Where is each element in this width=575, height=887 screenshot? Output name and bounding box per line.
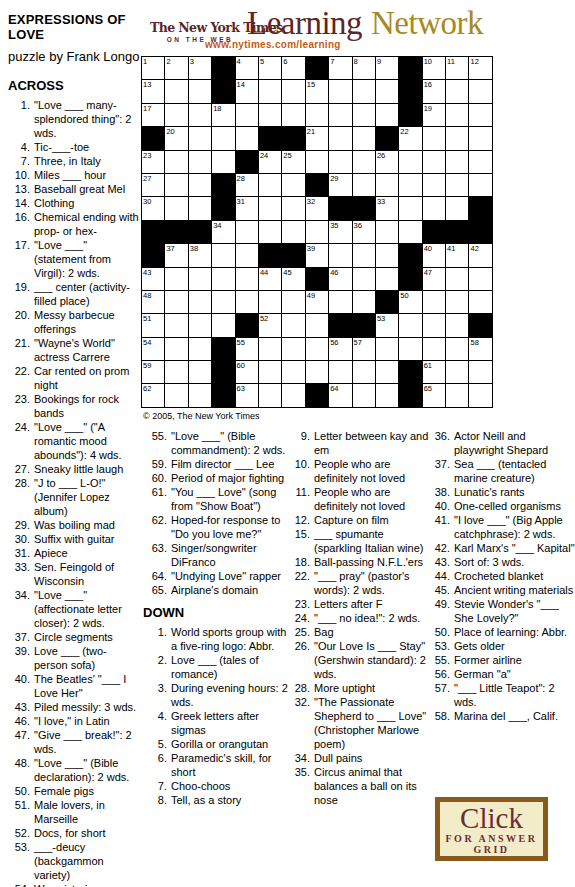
grid-cell[interactable] xyxy=(259,104,281,126)
grid-cell[interactable]: 16 xyxy=(423,80,445,102)
block-cell xyxy=(399,384,421,406)
clue-text: Tic-___-toe xyxy=(34,140,140,154)
clue-text: "Undying Love" rapper xyxy=(171,569,291,583)
block-cell xyxy=(306,174,328,196)
grid-cell[interactable]: 25 xyxy=(282,151,304,173)
block-cell xyxy=(399,361,421,383)
grid-cell[interactable] xyxy=(282,80,304,102)
grid-cell[interactable]: 44 xyxy=(259,268,281,290)
grid-cell[interactable] xyxy=(399,197,421,219)
clue-number: 54. xyxy=(8,882,30,887)
grid-cell[interactable]: 29 xyxy=(329,174,351,196)
across-clue-27: 27.Sneaky little laugh xyxy=(8,462,140,476)
grid-cell[interactable]: 35 xyxy=(329,221,351,243)
down-clue-2: 2.Love ___ (tales of romance) xyxy=(143,653,291,681)
cell-number: 35 xyxy=(330,221,338,230)
grid-cell[interactable]: 30 xyxy=(142,197,164,219)
grid-cell[interactable] xyxy=(423,197,445,219)
grid-cell[interactable] xyxy=(189,361,211,383)
across-clue-31: 31.Apiece xyxy=(8,546,140,560)
grid-cell[interactable]: 7 xyxy=(329,57,351,79)
block-cell xyxy=(469,314,491,336)
grid-cell[interactable]: 23 xyxy=(142,151,164,173)
grid-cell[interactable] xyxy=(446,338,468,360)
grid-cell[interactable] xyxy=(329,244,351,266)
grid-cell[interactable] xyxy=(446,127,468,149)
grid-cell[interactable] xyxy=(469,104,491,126)
grid-cell[interactable] xyxy=(469,174,491,196)
grid-cell[interactable]: 61 xyxy=(423,361,445,383)
grid-cell[interactable]: 13 xyxy=(142,80,164,102)
grid-cell[interactable]: 26 xyxy=(376,151,398,173)
grid-cell[interactable]: 60 xyxy=(236,361,258,383)
grid-cell[interactable] xyxy=(446,197,468,219)
grid-cell[interactable] xyxy=(236,268,258,290)
grid-cell[interactable] xyxy=(399,174,421,196)
grid-cell[interactable] xyxy=(236,244,258,266)
grid-cell[interactable]: 59 xyxy=(142,361,164,383)
clue-text: "Love ___" (affectionate letter closer):… xyxy=(34,588,140,630)
grid-cell[interactable]: 4 xyxy=(236,57,258,79)
block-cell xyxy=(446,221,468,243)
grid-cell[interactable]: 45 xyxy=(282,268,304,290)
grid-cell[interactable] xyxy=(306,338,328,360)
clue-text: Singer/songwriter DiFranco xyxy=(171,541,291,569)
clue-text: People who are definitely not loved xyxy=(314,457,432,485)
grid-cell[interactable] xyxy=(446,384,468,406)
across-clue-52: 52.Docs, for short xyxy=(8,826,140,840)
across-clue-1: 1."Love ___ many-splendored thing": 2 wd… xyxy=(8,98,140,140)
cell-number: 61 xyxy=(424,361,432,370)
clue-number: 60. xyxy=(143,471,167,485)
grid-cell[interactable] xyxy=(236,104,258,126)
clue-number: 22. xyxy=(292,569,310,597)
grid-cell[interactable]: 5 xyxy=(259,57,281,79)
grid-cell[interactable] xyxy=(329,151,351,173)
clue-number: 1. xyxy=(143,625,167,653)
clue-text: Bookings for rock bands xyxy=(34,392,140,420)
crossword-grid[interactable]: 1234567891011121314151617181920212223242… xyxy=(141,56,493,408)
grid-cell[interactable] xyxy=(189,104,211,126)
grid-cell[interactable] xyxy=(446,268,468,290)
grid-cell[interactable] xyxy=(469,384,491,406)
grid-cell[interactable] xyxy=(212,244,234,266)
learning-network-url[interactable]: www.nytimes.com/learning xyxy=(205,39,341,50)
clue-text: Marina del ___, Calif. xyxy=(454,709,575,723)
grid-cell[interactable] xyxy=(189,174,211,196)
block-cell xyxy=(212,361,234,383)
grid-cell[interactable] xyxy=(329,104,351,126)
grid-cell[interactable] xyxy=(376,268,398,290)
answer-button-grid-text: GRID xyxy=(440,844,543,855)
down-clue-40: 40.One-celled organisms xyxy=(432,499,575,513)
grid-cell[interactable]: 41 xyxy=(446,244,468,266)
down-clue-12: 12.Capture on film xyxy=(292,513,432,527)
cell-number: 25 xyxy=(283,151,291,160)
grid-cell[interactable] xyxy=(259,174,281,196)
grid-cell[interactable] xyxy=(376,174,398,196)
grid-cell[interactable] xyxy=(165,80,187,102)
cell-number: 57 xyxy=(354,338,362,347)
grid-cell[interactable] xyxy=(376,384,398,406)
grid-cell[interactable] xyxy=(446,80,468,102)
grid-cell[interactable]: 63 xyxy=(236,384,258,406)
grid-cell[interactable] xyxy=(353,174,375,196)
grid-cell[interactable]: 22 xyxy=(399,127,421,149)
clue-number: 43. xyxy=(432,555,450,569)
clue-text: ___ center (activity-filled place) xyxy=(34,280,140,308)
across-clue-64: 64."Undying Love" rapper xyxy=(143,569,291,583)
grid-cell[interactable]: 19 xyxy=(423,104,445,126)
clue-text: Letter between kay and em xyxy=(314,429,432,457)
clue-text: Greek letters after sigmas xyxy=(171,709,291,737)
cell-number: 45 xyxy=(283,268,291,277)
grid-cell[interactable] xyxy=(212,151,234,173)
clue-text: Sneaky little laugh xyxy=(34,462,140,476)
across-clue-53: 53.___-deucy (backgammon variety) xyxy=(8,840,140,882)
block-cell xyxy=(353,197,375,219)
grid-cell[interactable]: 40 xyxy=(423,244,445,266)
grid-cell[interactable] xyxy=(306,104,328,126)
clue-number: 14. xyxy=(8,196,30,210)
down-clue-28: 28.More uptight xyxy=(292,681,432,695)
grid-cell[interactable]: 55 xyxy=(236,338,258,360)
grid-cell[interactable] xyxy=(446,174,468,196)
cell-number: 48 xyxy=(143,291,151,300)
grid-cell[interactable] xyxy=(189,268,211,290)
cell-number: 6 xyxy=(283,57,287,66)
grid-cell[interactable]: 9 xyxy=(376,57,398,79)
grid-cell[interactable]: 46 xyxy=(329,268,351,290)
down-clue-24: 24."___ no idea!": 2 wds. xyxy=(292,611,432,625)
grid-cell[interactable] xyxy=(165,151,187,173)
grid-cell[interactable] xyxy=(189,384,211,406)
clue-text: Miles ___ hour xyxy=(34,168,140,182)
grid-cell[interactable]: 11 xyxy=(446,57,468,79)
grid-cell[interactable] xyxy=(469,80,491,102)
clue-text: Suffix with guitar xyxy=(34,532,140,546)
grid-cell[interactable]: 50 xyxy=(399,291,421,313)
grid-cell[interactable] xyxy=(306,221,328,243)
grid-cell[interactable] xyxy=(165,314,187,336)
grid-cell[interactable]: 21 xyxy=(306,127,328,149)
grid-cell[interactable] xyxy=(306,361,328,383)
across-clue-23: 23.Bookings for rock bands xyxy=(8,392,140,420)
cell-number: 31 xyxy=(237,197,245,206)
grid-cell[interactable] xyxy=(329,80,351,102)
block-cell xyxy=(306,57,328,79)
grid-cell[interactable] xyxy=(189,80,211,102)
grid-cell[interactable]: 10 xyxy=(423,57,445,79)
left-column: EXPRESSIONS OF LOVE puzzle by Frank Long… xyxy=(8,12,140,887)
grid-cell[interactable]: 34 xyxy=(212,221,234,243)
across-clue-17: 17."Love ___" (statement from Virgil): 2… xyxy=(8,238,140,280)
grid-cell[interactable] xyxy=(353,268,375,290)
down-clue-15: 15.___ spumante (sparkling Italian wine) xyxy=(292,527,432,555)
grid-cell[interactable]: 17 xyxy=(142,104,164,126)
across-clue-47: 47."Give ___ break!": 2 wds. xyxy=(8,728,140,756)
grid-cell[interactable] xyxy=(469,361,491,383)
grid-cell[interactable] xyxy=(282,384,304,406)
block-cell xyxy=(236,151,258,173)
grid-cell[interactable]: 12 xyxy=(469,57,491,79)
grid-cell[interactable] xyxy=(165,197,187,219)
cell-number: 38 xyxy=(190,244,198,253)
grid-cell[interactable]: 36 xyxy=(353,221,375,243)
grid-cell[interactable] xyxy=(306,314,328,336)
grid-cell[interactable] xyxy=(353,361,375,383)
clue-text: "Love ___" (Bible declaration): 2 wds. xyxy=(34,756,140,784)
grid-cell[interactable] xyxy=(165,291,187,313)
grid-cell[interactable] xyxy=(446,314,468,336)
grid-cell[interactable] xyxy=(423,174,445,196)
cell-number: 8 xyxy=(354,57,358,66)
grid-cell[interactable] xyxy=(469,151,491,173)
cell-number: 43 xyxy=(143,268,151,277)
grid-cell[interactable] xyxy=(236,291,258,313)
across-clue-65: 65.Airplane's domain xyxy=(143,583,291,597)
grid-cell[interactable] xyxy=(423,338,445,360)
grid-cell[interactable] xyxy=(353,127,375,149)
down-clue-26: 26."Our Love Is ___ Stay" (Gershwin stan… xyxy=(292,639,432,681)
grid-cell[interactable]: 64 xyxy=(329,384,351,406)
cell-number: 24 xyxy=(260,151,268,160)
bottom-column-2: 9.Letter between kay and em10.People who… xyxy=(292,429,432,807)
grid-cell[interactable]: 28 xyxy=(236,174,258,196)
grid-cell[interactable]: 65 xyxy=(423,384,445,406)
clue-number: 50. xyxy=(8,784,30,798)
grid-cell[interactable] xyxy=(282,174,304,196)
cell-number: 46 xyxy=(330,268,338,277)
grid-cell[interactable]: 57 xyxy=(353,338,375,360)
grid-cell[interactable] xyxy=(399,151,421,173)
grid-cell[interactable] xyxy=(189,338,211,360)
answer-grid-button[interactable]: Click FOR ANSWER GRID xyxy=(435,797,548,861)
clue-number: 30. xyxy=(8,532,30,546)
clue-text: Film director ___ Lee xyxy=(171,457,291,471)
grid-cell[interactable]: 20 xyxy=(165,127,187,149)
grid-cell[interactable] xyxy=(376,80,398,102)
grid-cell[interactable] xyxy=(329,291,351,313)
clue-number: 42. xyxy=(432,541,450,555)
clue-text: The Beatles' "___ I Love Her" xyxy=(34,672,140,700)
grid-cell[interactable] xyxy=(282,314,304,336)
grid-cell[interactable] xyxy=(329,361,351,383)
grid-cell[interactable] xyxy=(446,361,468,383)
grid-cell[interactable] xyxy=(189,151,211,173)
grid-cell[interactable]: 31 xyxy=(236,197,258,219)
grid-cell[interactable] xyxy=(376,244,398,266)
grid-cell[interactable] xyxy=(376,221,398,243)
block-cell xyxy=(142,221,164,243)
grid-cell[interactable] xyxy=(165,174,187,196)
across-clue-7: 7.Three, in Italy xyxy=(8,154,140,168)
clue-text: Sen. Feingold of Wisconsin xyxy=(34,560,140,588)
grid-cell[interactable] xyxy=(189,291,211,313)
grid-cell[interactable] xyxy=(376,361,398,383)
grid-cell[interactable]: 48 xyxy=(142,291,164,313)
grid-cell[interactable] xyxy=(282,104,304,126)
clue-text: Three, in Italy xyxy=(34,154,140,168)
clue-text: Capture on film xyxy=(314,513,432,527)
grid-cell[interactable]: 15 xyxy=(306,80,328,102)
grid-cell[interactable] xyxy=(469,127,491,149)
down-clue-23: 23.Letters after F xyxy=(292,597,432,611)
grid-cell[interactable]: 14 xyxy=(236,80,258,102)
across-clue-43: 43.Piled messily: 3 wds. xyxy=(8,700,140,714)
clue-number: 52. xyxy=(8,826,30,840)
grid-cell[interactable]: 56 xyxy=(329,338,351,360)
block-cell xyxy=(306,268,328,290)
grid-cell[interactable] xyxy=(376,338,398,360)
clue-text: Place of learning: Abbr. xyxy=(454,625,575,639)
block-cell xyxy=(399,57,421,79)
grid-cell[interactable]: 33 xyxy=(376,197,398,219)
clue-number: 25. xyxy=(292,625,310,639)
copyright-notice: © 2005, The New York Times xyxy=(143,411,260,421)
grid-cell[interactable] xyxy=(259,384,281,406)
grid-cell[interactable] xyxy=(469,291,491,313)
grid-cell[interactable]: 38 xyxy=(189,244,211,266)
down-clue-11: 11.People who are definitely not loved xyxy=(292,485,432,513)
grid-cell[interactable] xyxy=(212,127,234,149)
grid-cell[interactable]: 49 xyxy=(306,291,328,313)
grid-cell[interactable] xyxy=(189,314,211,336)
grid-cell[interactable] xyxy=(165,104,187,126)
clue-number: 49. xyxy=(432,597,450,625)
grid-cell[interactable] xyxy=(353,80,375,102)
grid-cell[interactable] xyxy=(236,127,258,149)
grid-cell[interactable] xyxy=(165,361,187,383)
down-clue-57: 57."___ Little Teapot": 2 wds. xyxy=(432,681,575,709)
grid-cell[interactable]: 32 xyxy=(306,197,328,219)
block-cell xyxy=(399,80,421,102)
grid-cell[interactable] xyxy=(353,244,375,266)
grid-cell[interactable]: 53 xyxy=(376,314,398,336)
grid-cell[interactable] xyxy=(165,338,187,360)
down-clue-53: 53.Gets older xyxy=(432,639,575,653)
grid-cell[interactable] xyxy=(423,127,445,149)
grid-cell[interactable] xyxy=(259,291,281,313)
across-clue-list-continued: 55."Love ___" (Bible commandment): 2 wds… xyxy=(143,429,291,597)
grid-cell[interactable] xyxy=(259,338,281,360)
grid-cell[interactable]: 47 xyxy=(423,268,445,290)
grid-cell[interactable] xyxy=(423,314,445,336)
grid-cell[interactable]: 18 xyxy=(212,104,234,126)
grid-cell[interactable]: 52 xyxy=(259,314,281,336)
grid-cell[interactable]: 6 xyxy=(282,57,304,79)
down-clue-10: 10.People who are definitely not loved xyxy=(292,457,432,485)
grid-cell[interactable] xyxy=(259,197,281,219)
grid-cell[interactable] xyxy=(282,197,304,219)
grid-cell[interactable] xyxy=(259,221,281,243)
grid-cell[interactable] xyxy=(353,151,375,173)
clue-text: "Love ___" (Bible commandment): 2 wds. xyxy=(171,429,291,457)
clue-number: 55. xyxy=(143,429,167,457)
grid-cell[interactable] xyxy=(212,291,234,313)
grid-cell[interactable] xyxy=(423,291,445,313)
grid-cell[interactable] xyxy=(236,221,258,243)
grid-cell[interactable] xyxy=(329,127,351,149)
grid-cell[interactable] xyxy=(282,338,304,360)
grid-cell[interactable]: 8 xyxy=(353,57,375,79)
across-clue-61: 61."You ___ Love" (song from "Show Boat"… xyxy=(143,485,291,513)
answer-button-for-answer-text: FOR ANSWER xyxy=(440,833,543,844)
grid-cell[interactable] xyxy=(259,80,281,102)
grid-cell[interactable] xyxy=(353,384,375,406)
cell-number: 65 xyxy=(424,384,432,393)
down-clue-5: 5.Gorilla or orangutan xyxy=(143,737,291,751)
clue-text: Actor Neill and playwright Shepard xyxy=(454,429,575,457)
grid-cell[interactable] xyxy=(212,268,234,290)
grid-cell[interactable] xyxy=(399,338,421,360)
grid-cell[interactable] xyxy=(306,151,328,173)
clue-number: 40. xyxy=(432,499,450,513)
grid-cell[interactable]: 58 xyxy=(469,338,491,360)
grid-cell[interactable]: 37 xyxy=(165,244,187,266)
grid-cell[interactable] xyxy=(446,151,468,173)
grid-cell[interactable] xyxy=(282,361,304,383)
cell-number: 26 xyxy=(377,151,385,160)
grid-cell[interactable]: 51 xyxy=(142,314,164,336)
grid-cell[interactable] xyxy=(399,221,421,243)
down-clue-7: 7.Choo-choos xyxy=(143,779,291,793)
grid-cell[interactable] xyxy=(446,291,468,313)
clue-text: Chemical ending with prop- or hex- xyxy=(34,210,140,238)
down-clue-list-2: 9.Letter between kay and em10.People who… xyxy=(292,429,432,807)
grid-cell[interactable] xyxy=(376,104,398,126)
clue-number: 63. xyxy=(143,541,167,569)
grid-cell[interactable] xyxy=(212,314,234,336)
grid-cell[interactable]: 3 xyxy=(189,57,211,79)
grid-cell[interactable] xyxy=(469,268,491,290)
grid-cell[interactable] xyxy=(282,291,304,313)
cell-number: 4 xyxy=(237,57,241,66)
grid-cell[interactable]: 1 xyxy=(142,57,164,79)
grid-cell[interactable] xyxy=(282,221,304,243)
nyt-masthead-text: The New York Times xyxy=(150,20,250,35)
grid-cell[interactable] xyxy=(353,104,375,126)
grid-cell[interactable]: 2 xyxy=(165,57,187,79)
grid-cell[interactable] xyxy=(399,314,421,336)
grid-cell[interactable]: 27 xyxy=(142,174,164,196)
grid-cell[interactable] xyxy=(165,384,187,406)
cell-number: 53 xyxy=(377,314,385,323)
grid-cell[interactable] xyxy=(446,104,468,126)
block-cell xyxy=(469,197,491,219)
clue-number: 34. xyxy=(292,751,310,765)
grid-cell[interactable]: 62 xyxy=(142,384,164,406)
clue-text: "Wayne's World" actress Carrere xyxy=(34,336,140,364)
cell-number: 27 xyxy=(143,174,151,183)
grid-cell[interactable] xyxy=(423,151,445,173)
grid-cell[interactable]: 54 xyxy=(142,338,164,360)
grid-cell[interactable] xyxy=(165,268,187,290)
grid-cell[interactable] xyxy=(259,361,281,383)
grid-cell[interactable]: 42 xyxy=(469,244,491,266)
clue-number: 44. xyxy=(432,569,450,583)
grid-cell[interactable]: 43 xyxy=(142,268,164,290)
down-clue-49: 49.Stevie Wonder's "___ She Lovely?" xyxy=(432,597,575,625)
block-cell xyxy=(399,104,421,126)
grid-cell[interactable]: 24 xyxy=(259,151,281,173)
grid-cell[interactable] xyxy=(189,127,211,149)
grid-cell[interactable] xyxy=(353,291,375,313)
clue-text: Love ___ (two-person sofa) xyxy=(34,644,140,672)
down-clue-50: 50.Place of learning: Abbr. xyxy=(432,625,575,639)
grid-cell[interactable]: 39 xyxy=(306,244,328,266)
grid-cell[interactable] xyxy=(189,197,211,219)
